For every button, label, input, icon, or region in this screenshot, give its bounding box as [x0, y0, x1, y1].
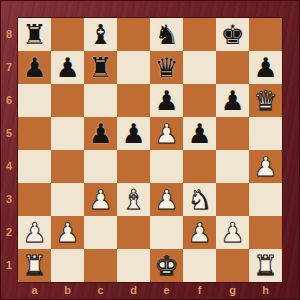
rank-label-3: 3 [0, 183, 18, 216]
square-e6[interactable]: ♟ [150, 84, 183, 117]
square-h2[interactable] [249, 216, 282, 249]
rank-label-6: 6 [0, 84, 18, 117]
rank-label-4: 4 [0, 150, 18, 183]
piece-white-pawn[interactable]: ♟ [18, 216, 51, 249]
square-a2[interactable]: ♟ [18, 216, 51, 249]
piece-black-queen[interactable]: ♛ [150, 51, 183, 84]
square-e8[interactable]: ♞ [150, 18, 183, 51]
square-b3[interactable] [51, 183, 84, 216]
square-f2[interactable]: ♟ [183, 216, 216, 249]
rank-label-2: 2 [0, 216, 18, 249]
square-c5[interactable]: ♟ [84, 117, 117, 150]
square-a1[interactable]: ♜ [18, 249, 51, 282]
piece-white-pawn[interactable]: ♟ [84, 183, 117, 216]
square-g6[interactable]: ♟ [216, 84, 249, 117]
square-f5[interactable]: ♟ [183, 117, 216, 150]
square-d3[interactable]: ♝ [117, 183, 150, 216]
square-e4[interactable] [150, 150, 183, 183]
file-label-b: b [51, 282, 84, 300]
square-e5[interactable]: ♟ [150, 117, 183, 150]
piece-black-pawn[interactable]: ♟ [183, 117, 216, 150]
square-e3[interactable]: ♟ [150, 183, 183, 216]
piece-white-pawn[interactable]: ♟ [150, 183, 183, 216]
square-a6[interactable] [18, 84, 51, 117]
piece-black-pawn[interactable]: ♟ [249, 51, 282, 84]
square-b5[interactable] [51, 117, 84, 150]
file-label-c: c [84, 282, 117, 300]
piece-white-rook[interactable]: ♜ [249, 249, 282, 282]
square-c7[interactable]: ♜ [84, 51, 117, 84]
file-label-g: g [216, 282, 249, 300]
square-d5[interactable]: ♟ [117, 117, 150, 150]
square-c4[interactable] [84, 150, 117, 183]
square-d1[interactable] [117, 249, 150, 282]
square-a5[interactable] [18, 117, 51, 150]
piece-white-king[interactable]: ♚ [150, 249, 183, 282]
square-h7[interactable]: ♟ [249, 51, 282, 84]
square-b4[interactable] [51, 150, 84, 183]
square-e7[interactable]: ♛ [150, 51, 183, 84]
square-e1[interactable]: ♚ [150, 249, 183, 282]
piece-white-knight[interactable]: ♞ [183, 183, 216, 216]
square-c8[interactable]: ♝ [84, 18, 117, 51]
piece-white-pawn[interactable]: ♟ [183, 216, 216, 249]
square-b6[interactable] [51, 84, 84, 117]
piece-black-pawn[interactable]: ♟ [51, 51, 84, 84]
square-b2[interactable]: ♟ [51, 216, 84, 249]
piece-white-pawn[interactable]: ♟ [249, 150, 282, 183]
square-f4[interactable] [183, 150, 216, 183]
square-g7[interactable] [216, 51, 249, 84]
file-label-e: e [150, 282, 183, 300]
square-a8[interactable]: ♜ [18, 18, 51, 51]
square-g8[interactable]: ♚ [216, 18, 249, 51]
square-c1[interactable] [84, 249, 117, 282]
square-g3[interactable] [216, 183, 249, 216]
square-f3[interactable]: ♞ [183, 183, 216, 216]
square-g4[interactable] [216, 150, 249, 183]
square-b1[interactable] [51, 249, 84, 282]
square-d2[interactable] [117, 216, 150, 249]
piece-white-pawn[interactable]: ♟ [216, 216, 249, 249]
square-c2[interactable] [84, 216, 117, 249]
square-f7[interactable] [183, 51, 216, 84]
square-f1[interactable] [183, 249, 216, 282]
piece-white-pawn[interactable]: ♟ [150, 117, 183, 150]
file-label-h: h [249, 282, 282, 300]
square-d8[interactable] [117, 18, 150, 51]
file-label-d: d [117, 282, 150, 300]
piece-black-rook[interactable]: ♜ [84, 51, 117, 84]
piece-black-king[interactable]: ♚ [216, 18, 249, 51]
square-h8[interactable] [249, 18, 282, 51]
file-label-a: a [18, 282, 51, 300]
piece-white-rook[interactable]: ♜ [18, 249, 51, 282]
square-a7[interactable]: ♟ [18, 51, 51, 84]
piece-black-bishop[interactable]: ♝ [84, 18, 117, 51]
square-h1[interactable]: ♜ [249, 249, 282, 282]
square-g1[interactable] [216, 249, 249, 282]
square-b8[interactable] [51, 18, 84, 51]
square-h5[interactable] [249, 117, 282, 150]
piece-black-pawn[interactable]: ♟ [117, 117, 150, 150]
square-e2[interactable] [150, 216, 183, 249]
square-c6[interactable] [84, 84, 117, 117]
piece-white-pawn[interactable]: ♟ [51, 216, 84, 249]
square-g2[interactable]: ♟ [216, 216, 249, 249]
rank-label-7: 7 [0, 51, 18, 84]
square-g5[interactable] [216, 117, 249, 150]
square-b7[interactable]: ♟ [51, 51, 84, 84]
square-c3[interactable]: ♟ [84, 183, 117, 216]
board-frame: ♜♝♞♚♟♟♜♛♟♟♟♛♟♟♟♟♟♟♝♟♞♟♟♟♟♜♚♜ 87654321 ab… [0, 0, 300, 300]
piece-black-rook[interactable]: ♜ [18, 18, 51, 51]
piece-black-pawn[interactable]: ♟ [216, 84, 249, 117]
piece-white-bishop[interactable]: ♝ [117, 183, 150, 216]
square-h6[interactable]: ♛ [249, 84, 282, 117]
square-f8[interactable] [183, 18, 216, 51]
square-d7[interactable] [117, 51, 150, 84]
rank-label-1: 1 [0, 249, 18, 282]
square-d4[interactable] [117, 150, 150, 183]
piece-black-knight[interactable]: ♞ [150, 18, 183, 51]
piece-black-pawn[interactable]: ♟ [84, 117, 117, 150]
rank-label-5: 5 [0, 117, 18, 150]
square-a4[interactable] [18, 150, 51, 183]
file-label-f: f [183, 282, 216, 300]
piece-black-pawn[interactable]: ♟ [150, 84, 183, 117]
piece-black-pawn[interactable]: ♟ [18, 51, 51, 84]
square-a3[interactable] [18, 183, 51, 216]
square-h4[interactable]: ♟ [249, 150, 282, 183]
chess-board: ♜♝♞♚♟♟♜♛♟♟♟♛♟♟♟♟♟♟♝♟♞♟♟♟♟♜♚♜ [18, 18, 282, 282]
square-h3[interactable] [249, 183, 282, 216]
piece-white-queen[interactable]: ♛ [249, 84, 282, 117]
square-f6[interactable] [183, 84, 216, 117]
rank-label-8: 8 [0, 18, 18, 51]
square-d6[interactable] [117, 84, 150, 117]
